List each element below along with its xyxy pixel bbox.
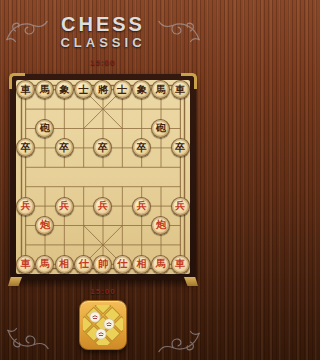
piece-glyph: 炮 (40, 220, 50, 230)
piece-glyph: 兵 (21, 201, 31, 211)
piece-red-horse[interactable]: 馬 (35, 255, 54, 274)
piece-glyph: 相 (137, 259, 147, 269)
piece-glyph: 仕 (79, 259, 89, 269)
piece-glyph: 兵 (175, 201, 185, 211)
board-foot-left (8, 277, 22, 286)
piece-red-elephant[interactable]: 相 (132, 255, 151, 274)
piece-black-general[interactable]: 將 (93, 80, 112, 99)
piece-red-elephant[interactable]: 相 (55, 255, 74, 274)
mini-board-button[interactable] (79, 300, 127, 350)
opponent-timer: 15:00 (0, 58, 206, 67)
piece-glyph: 兵 (137, 201, 147, 211)
piece-glyph: 砲 (40, 123, 50, 133)
piece-glyph: 卒 (59, 143, 69, 153)
board-foot-right (184, 277, 198, 286)
piece-black-chariot[interactable]: 車 (171, 80, 190, 99)
piece-black-horse[interactable]: 馬 (35, 80, 54, 99)
piece-glyph: 馬 (40, 85, 50, 95)
piece-red-chariot[interactable]: 車 (171, 255, 190, 274)
piece-glyph: 仕 (117, 259, 127, 269)
piece-glyph: 砲 (156, 123, 166, 133)
piece-glyph: 卒 (137, 143, 147, 153)
piece-glyph: 馬 (40, 259, 50, 269)
piece-red-chariot[interactable]: 車 (16, 255, 35, 274)
piece-red-cannon[interactable]: 炮 (35, 216, 54, 235)
piece-glyph: 士 (117, 85, 127, 95)
piece-black-soldier[interactable]: 卒 (55, 138, 74, 157)
piece-black-advisor[interactable]: 士 (113, 80, 132, 99)
piece-glyph: 車 (21, 85, 31, 95)
piece-glyph: 兵 (98, 201, 108, 211)
piece-glyph: 車 (175, 259, 185, 269)
piece-glyph: 馬 (156, 85, 166, 95)
piece-glyph: 卒 (175, 143, 185, 153)
piece-black-soldier[interactable]: 卒 (16, 138, 35, 157)
app-subtitle: CLASSIC (0, 35, 206, 50)
piece-red-advisor[interactable]: 仕 (74, 255, 93, 274)
piece-glyph: 將 (98, 85, 108, 95)
piece-red-cannon[interactable]: 炮 (151, 216, 170, 235)
piece-black-cannon[interactable]: 砲 (35, 119, 54, 138)
piece-red-general[interactable]: 帥 (93, 255, 112, 274)
player-timer: 15:00 (0, 287, 206, 296)
piece-glyph: 卒 (21, 143, 31, 153)
piece-glyph: 相 (59, 259, 69, 269)
piece-red-soldier[interactable]: 兵 (16, 197, 35, 216)
piece-black-advisor[interactable]: 士 (74, 80, 93, 99)
piece-red-soldier[interactable]: 兵 (132, 197, 151, 216)
piece-glyph: 帥 (98, 259, 108, 269)
app-title: CHESS (0, 13, 206, 36)
pieces-grid[interactable]: 車馬象士將士象馬車砲砲卒卒卒卒卒兵兵兵兵兵炮炮車馬相仕帥仕相馬車 (16, 80, 190, 274)
piece-glyph: 象 (137, 85, 147, 95)
piece-glyph: 炮 (156, 220, 166, 230)
piece-black-elephant[interactable]: 象 (55, 80, 74, 99)
piece-glyph: 士 (79, 85, 89, 95)
piece-glyph: 卒 (98, 143, 108, 153)
piece-red-soldier[interactable]: 兵 (55, 197, 74, 216)
piece-black-soldier[interactable]: 卒 (171, 138, 190, 157)
piece-black-cannon[interactable]: 砲 (151, 119, 170, 138)
piece-red-horse[interactable]: 馬 (151, 255, 170, 274)
filigree-bottom-left-icon (5, 324, 51, 354)
piece-glyph: 象 (59, 85, 69, 95)
piece-red-soldier[interactable]: 兵 (93, 197, 112, 216)
piece-red-advisor[interactable]: 仕 (113, 255, 132, 274)
piece-black-chariot[interactable]: 車 (16, 80, 35, 99)
board-surface[interactable]: 車馬象士將士象馬車砲砲卒卒卒卒卒兵兵兵兵兵炮炮車馬相仕帥仕相馬車 (16, 80, 190, 274)
piece-glyph: 兵 (59, 201, 69, 211)
xiangqi-board[interactable]: 車馬象士將士象馬車砲砲卒卒卒卒卒兵兵兵兵兵炮炮車馬相仕帥仕相馬車 (10, 74, 196, 280)
filigree-bottom-right-icon (156, 327, 202, 357)
piece-black-soldier[interactable]: 卒 (93, 138, 112, 157)
piece-red-soldier[interactable]: 兵 (171, 197, 190, 216)
mini-board-icon (83, 305, 123, 345)
piece-glyph: 車 (21, 259, 31, 269)
piece-black-horse[interactable]: 馬 (151, 80, 170, 99)
piece-black-elephant[interactable]: 象 (132, 80, 151, 99)
piece-glyph: 馬 (156, 259, 166, 269)
piece-black-soldier[interactable]: 卒 (132, 138, 151, 157)
piece-glyph: 車 (175, 85, 185, 95)
